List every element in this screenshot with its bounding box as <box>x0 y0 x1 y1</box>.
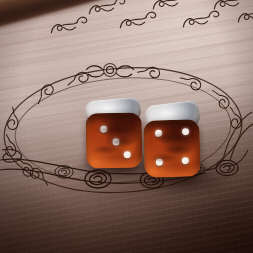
die-pip <box>156 159 163 166</box>
die-pip <box>182 128 189 135</box>
die-pips-3 <box>86 113 143 169</box>
die-pip <box>182 157 189 164</box>
die-pip <box>100 126 107 133</box>
die-pip <box>124 151 131 158</box>
backgammon-board-photo <box>0 0 253 253</box>
die-pip <box>155 130 162 137</box>
die-front-face <box>86 113 143 169</box>
die-left-value-3[interactable] <box>84 97 146 171</box>
die-pips-4 <box>143 119 200 177</box>
die-pip <box>112 138 119 145</box>
die-front-face <box>143 119 200 177</box>
die-right-value-4[interactable] <box>142 103 204 181</box>
